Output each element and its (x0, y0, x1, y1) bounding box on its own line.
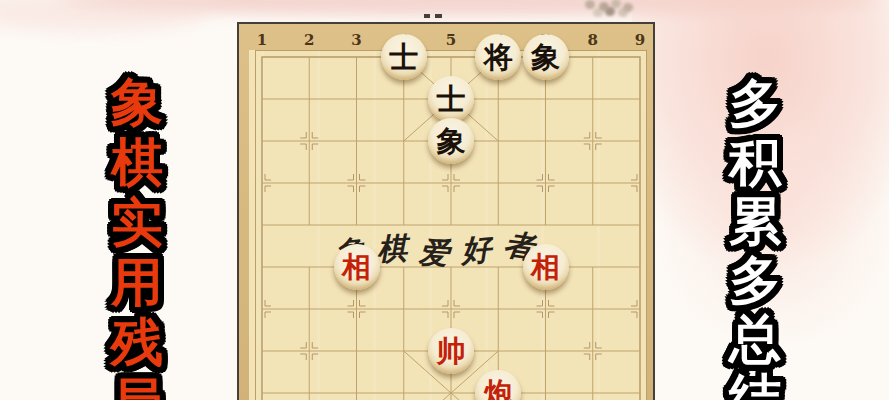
piece-character: 帅 (437, 337, 466, 366)
piece-character: 炮 (484, 379, 513, 400)
black-piece-将-file6-rank1[interactable]: 将 (475, 34, 521, 80)
left-banner-char: 局 (105, 372, 169, 400)
left-banner-char: 残 (105, 312, 169, 372)
file-label-5: 5 (436, 31, 466, 49)
file-label-8: 8 (578, 31, 608, 49)
piece-character: 相 (342, 253, 371, 282)
left-title-banner: 象棋实用残局 (105, 72, 169, 400)
black-piece-士-file5-rank2[interactable]: 士 (428, 76, 474, 122)
left-banner-char: 象 (105, 72, 169, 132)
piece-character: 士 (389, 43, 418, 72)
piece-character: 相 (531, 253, 560, 282)
red-piece-相-file7-rank6[interactable]: 相 (523, 244, 569, 290)
piece-character: 士 (437, 85, 466, 114)
piece-character: 象 (437, 127, 466, 156)
right-banner-char: 多 (723, 251, 787, 310)
red-piece-相-file3-rank6[interactable]: 相 (334, 244, 380, 290)
pink-watercolor-wash-top (60, 0, 880, 16)
left-banner-char: 实 (105, 192, 169, 252)
left-banner-char: 用 (105, 252, 169, 312)
red-piece-帅-file5-rank8[interactable]: 帅 (428, 328, 474, 374)
file-label-3: 3 (342, 31, 372, 49)
river-watermark-char: 爱 (417, 232, 450, 275)
flower-sprig-decoration (585, 0, 595, 9)
file-label-1: 1 (247, 31, 277, 49)
river-watermark-char: 好 (459, 229, 492, 272)
right-banner-char: 多 (723, 74, 787, 133)
river-watermark-char: 棋 (376, 228, 408, 271)
black-piece-士-file4-rank1[interactable]: 士 (381, 34, 427, 80)
thumbnail-page: 123456789 象棋爱好者 士将象士象相相帅炮 象棋实用残局 多积累多总结 (0, 0, 889, 400)
xiangqi-board: 123456789 象棋爱好者 士将象士象相相帅炮 (237, 22, 655, 400)
file-label-9: 9 (625, 31, 655, 49)
black-piece-象-file7-rank1[interactable]: 象 (523, 34, 569, 80)
file-label-2: 2 (294, 31, 324, 49)
right-title-banner: 多积累多总结 (723, 74, 787, 400)
cropped-text-mark (424, 14, 450, 18)
right-banner-char: 结 (723, 369, 787, 400)
piece-character: 象 (531, 43, 560, 72)
black-piece-象-file5-rank3[interactable]: 象 (428, 118, 474, 164)
left-banner-char: 棋 (105, 132, 169, 192)
piece-character: 将 (484, 43, 513, 72)
right-banner-char: 积 (723, 133, 787, 192)
right-banner-char: 累 (723, 192, 787, 251)
pink-watercolor-wash-left (0, 0, 210, 32)
right-banner-char: 总 (723, 310, 787, 369)
